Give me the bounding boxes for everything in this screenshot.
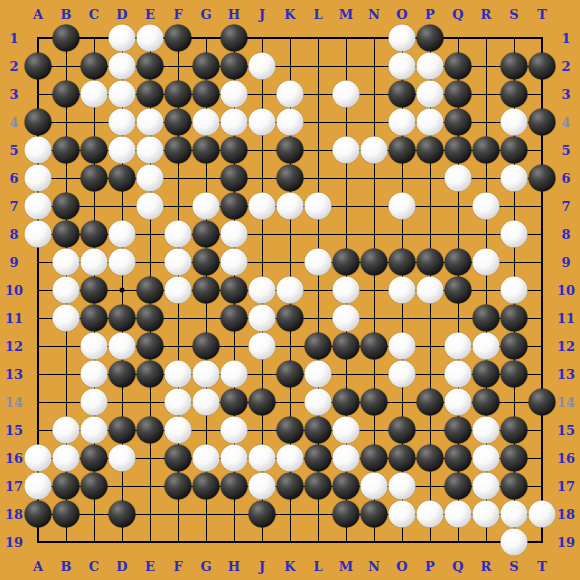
point-R13[interactable] <box>472 360 500 388</box>
point-A9[interactable] <box>24 248 52 276</box>
point-F12[interactable] <box>164 332 192 360</box>
point-J4[interactable] <box>248 108 276 136</box>
point-T2[interactable] <box>528 52 556 80</box>
point-O7[interactable] <box>388 192 416 220</box>
point-E5[interactable] <box>136 136 164 164</box>
point-N19[interactable] <box>360 528 388 556</box>
point-M4[interactable] <box>332 108 360 136</box>
point-D10[interactable] <box>108 276 136 304</box>
point-N3[interactable] <box>360 80 388 108</box>
point-C19[interactable] <box>80 528 108 556</box>
point-N17[interactable] <box>360 472 388 500</box>
point-S5[interactable] <box>500 136 528 164</box>
point-K10[interactable] <box>276 276 304 304</box>
point-K19[interactable] <box>276 528 304 556</box>
point-A13[interactable] <box>24 360 52 388</box>
point-C1[interactable] <box>80 24 108 52</box>
point-G6[interactable] <box>192 164 220 192</box>
point-T9[interactable] <box>528 248 556 276</box>
point-L9[interactable] <box>304 248 332 276</box>
point-C6[interactable] <box>80 164 108 192</box>
point-L8[interactable] <box>304 220 332 248</box>
point-F13[interactable] <box>164 360 192 388</box>
point-D18[interactable] <box>108 500 136 528</box>
point-F16[interactable] <box>164 444 192 472</box>
point-K7[interactable] <box>276 192 304 220</box>
point-T11[interactable] <box>528 304 556 332</box>
point-A2[interactable] <box>24 52 52 80</box>
point-M11[interactable] <box>332 304 360 332</box>
point-N5[interactable] <box>360 136 388 164</box>
point-F6[interactable] <box>164 164 192 192</box>
point-J6[interactable] <box>248 164 276 192</box>
point-R3[interactable] <box>472 80 500 108</box>
point-L12[interactable] <box>304 332 332 360</box>
point-F15[interactable] <box>164 416 192 444</box>
point-N13[interactable] <box>360 360 388 388</box>
point-Q17[interactable] <box>444 472 472 500</box>
point-M3[interactable] <box>332 80 360 108</box>
point-C14[interactable] <box>80 388 108 416</box>
point-H13[interactable] <box>220 360 248 388</box>
point-K6[interactable] <box>276 164 304 192</box>
point-T16[interactable] <box>528 444 556 472</box>
point-B8[interactable] <box>52 220 80 248</box>
point-E16[interactable] <box>136 444 164 472</box>
point-G2[interactable] <box>192 52 220 80</box>
point-N10[interactable] <box>360 276 388 304</box>
point-R12[interactable] <box>472 332 500 360</box>
point-S1[interactable] <box>500 24 528 52</box>
point-N18[interactable] <box>360 500 388 528</box>
point-N4[interactable] <box>360 108 388 136</box>
point-G15[interactable] <box>192 416 220 444</box>
point-M13[interactable] <box>332 360 360 388</box>
point-D8[interactable] <box>108 220 136 248</box>
point-K17[interactable] <box>276 472 304 500</box>
point-Q12[interactable] <box>444 332 472 360</box>
point-L5[interactable] <box>304 136 332 164</box>
point-C10[interactable] <box>80 276 108 304</box>
point-S10[interactable] <box>500 276 528 304</box>
point-F17[interactable] <box>164 472 192 500</box>
point-L15[interactable] <box>304 416 332 444</box>
point-G18[interactable] <box>192 500 220 528</box>
point-H19[interactable] <box>220 528 248 556</box>
point-E3[interactable] <box>136 80 164 108</box>
point-B7[interactable] <box>52 192 80 220</box>
point-C8[interactable] <box>80 220 108 248</box>
point-L1[interactable] <box>304 24 332 52</box>
point-R18[interactable] <box>472 500 500 528</box>
point-M9[interactable] <box>332 248 360 276</box>
point-A11[interactable] <box>24 304 52 332</box>
point-B4[interactable] <box>52 108 80 136</box>
point-P19[interactable] <box>416 528 444 556</box>
point-C9[interactable] <box>80 248 108 276</box>
point-M19[interactable] <box>332 528 360 556</box>
point-D9[interactable] <box>108 248 136 276</box>
point-P3[interactable] <box>416 80 444 108</box>
point-F18[interactable] <box>164 500 192 528</box>
point-P1[interactable] <box>416 24 444 52</box>
point-O10[interactable] <box>388 276 416 304</box>
point-T10[interactable] <box>528 276 556 304</box>
point-J17[interactable] <box>248 472 276 500</box>
point-G8[interactable] <box>192 220 220 248</box>
point-G5[interactable] <box>192 136 220 164</box>
point-Q16[interactable] <box>444 444 472 472</box>
point-T8[interactable] <box>528 220 556 248</box>
point-Q6[interactable] <box>444 164 472 192</box>
point-T17[interactable] <box>528 472 556 500</box>
point-D17[interactable] <box>108 472 136 500</box>
point-F7[interactable] <box>164 192 192 220</box>
point-E18[interactable] <box>136 500 164 528</box>
point-S13[interactable] <box>500 360 528 388</box>
point-H12[interactable] <box>220 332 248 360</box>
point-H2[interactable] <box>220 52 248 80</box>
point-S6[interactable] <box>500 164 528 192</box>
point-E4[interactable] <box>136 108 164 136</box>
point-E2[interactable] <box>136 52 164 80</box>
point-O14[interactable] <box>388 388 416 416</box>
point-Q9[interactable] <box>444 248 472 276</box>
point-L17[interactable] <box>304 472 332 500</box>
point-N12[interactable] <box>360 332 388 360</box>
point-G9[interactable] <box>192 248 220 276</box>
point-A19[interactable] <box>24 528 52 556</box>
point-B15[interactable] <box>52 416 80 444</box>
point-F1[interactable] <box>164 24 192 52</box>
point-Q2[interactable] <box>444 52 472 80</box>
point-F3[interactable] <box>164 80 192 108</box>
point-R10[interactable] <box>472 276 500 304</box>
point-A10[interactable] <box>24 276 52 304</box>
point-S14[interactable] <box>500 388 528 416</box>
point-S16[interactable] <box>500 444 528 472</box>
point-D12[interactable] <box>108 332 136 360</box>
point-K2[interactable] <box>276 52 304 80</box>
point-S18[interactable] <box>500 500 528 528</box>
point-N2[interactable] <box>360 52 388 80</box>
point-L18[interactable] <box>304 500 332 528</box>
point-T19[interactable] <box>528 528 556 556</box>
point-B17[interactable] <box>52 472 80 500</box>
point-B12[interactable] <box>52 332 80 360</box>
point-P18[interactable] <box>416 500 444 528</box>
point-E7[interactable] <box>136 192 164 220</box>
point-A7[interactable] <box>24 192 52 220</box>
point-R5[interactable] <box>472 136 500 164</box>
point-D1[interactable] <box>108 24 136 52</box>
point-D5[interactable] <box>108 136 136 164</box>
point-M17[interactable] <box>332 472 360 500</box>
point-A15[interactable] <box>24 416 52 444</box>
point-Q8[interactable] <box>444 220 472 248</box>
point-O4[interactable] <box>388 108 416 136</box>
point-R19[interactable] <box>472 528 500 556</box>
point-M12[interactable] <box>332 332 360 360</box>
point-P10[interactable] <box>416 276 444 304</box>
point-J3[interactable] <box>248 80 276 108</box>
point-L4[interactable] <box>304 108 332 136</box>
point-T1[interactable] <box>528 24 556 52</box>
point-J10[interactable] <box>248 276 276 304</box>
point-Q1[interactable] <box>444 24 472 52</box>
point-K5[interactable] <box>276 136 304 164</box>
point-T12[interactable] <box>528 332 556 360</box>
point-D11[interactable] <box>108 304 136 332</box>
point-E8[interactable] <box>136 220 164 248</box>
point-H6[interactable] <box>220 164 248 192</box>
point-H10[interactable] <box>220 276 248 304</box>
point-H17[interactable] <box>220 472 248 500</box>
point-P14[interactable] <box>416 388 444 416</box>
point-C5[interactable] <box>80 136 108 164</box>
point-M18[interactable] <box>332 500 360 528</box>
point-J15[interactable] <box>248 416 276 444</box>
point-C11[interactable] <box>80 304 108 332</box>
point-Q13[interactable] <box>444 360 472 388</box>
point-B16[interactable] <box>52 444 80 472</box>
point-N11[interactable] <box>360 304 388 332</box>
point-O12[interactable] <box>388 332 416 360</box>
point-C18[interactable] <box>80 500 108 528</box>
point-K15[interactable] <box>276 416 304 444</box>
point-G11[interactable] <box>192 304 220 332</box>
point-B1[interactable] <box>52 24 80 52</box>
point-S2[interactable] <box>500 52 528 80</box>
point-K1[interactable] <box>276 24 304 52</box>
point-A1[interactable] <box>24 24 52 52</box>
point-E14[interactable] <box>136 388 164 416</box>
point-J14[interactable] <box>248 388 276 416</box>
point-C17[interactable] <box>80 472 108 500</box>
point-A16[interactable] <box>24 444 52 472</box>
point-S11[interactable] <box>500 304 528 332</box>
point-E11[interactable] <box>136 304 164 332</box>
point-D2[interactable] <box>108 52 136 80</box>
point-G17[interactable] <box>192 472 220 500</box>
point-K14[interactable] <box>276 388 304 416</box>
point-R17[interactable] <box>472 472 500 500</box>
point-R1[interactable] <box>472 24 500 52</box>
point-O15[interactable] <box>388 416 416 444</box>
point-D13[interactable] <box>108 360 136 388</box>
point-B2[interactable] <box>52 52 80 80</box>
point-M10[interactable] <box>332 276 360 304</box>
point-A5[interactable] <box>24 136 52 164</box>
point-N14[interactable] <box>360 388 388 416</box>
point-P7[interactable] <box>416 192 444 220</box>
point-N16[interactable] <box>360 444 388 472</box>
point-A8[interactable] <box>24 220 52 248</box>
point-L6[interactable] <box>304 164 332 192</box>
point-O9[interactable] <box>388 248 416 276</box>
point-C4[interactable] <box>80 108 108 136</box>
point-K9[interactable] <box>276 248 304 276</box>
point-M15[interactable] <box>332 416 360 444</box>
point-J7[interactable] <box>248 192 276 220</box>
point-O18[interactable] <box>388 500 416 528</box>
point-M14[interactable] <box>332 388 360 416</box>
point-L16[interactable] <box>304 444 332 472</box>
point-Q19[interactable] <box>444 528 472 556</box>
point-G7[interactable] <box>192 192 220 220</box>
point-H9[interactable] <box>220 248 248 276</box>
point-J16[interactable] <box>248 444 276 472</box>
point-C3[interactable] <box>80 80 108 108</box>
point-B11[interactable] <box>52 304 80 332</box>
point-R9[interactable] <box>472 248 500 276</box>
point-H5[interactable] <box>220 136 248 164</box>
point-A18[interactable] <box>24 500 52 528</box>
point-C15[interactable] <box>80 416 108 444</box>
point-Q18[interactable] <box>444 500 472 528</box>
point-N8[interactable] <box>360 220 388 248</box>
point-B13[interactable] <box>52 360 80 388</box>
point-S19[interactable] <box>500 528 528 556</box>
point-O16[interactable] <box>388 444 416 472</box>
point-E17[interactable] <box>136 472 164 500</box>
point-B19[interactable] <box>52 528 80 556</box>
point-E15[interactable] <box>136 416 164 444</box>
point-Q15[interactable] <box>444 416 472 444</box>
point-A6[interactable] <box>24 164 52 192</box>
point-Q11[interactable] <box>444 304 472 332</box>
point-G1[interactable] <box>192 24 220 52</box>
point-K8[interactable] <box>276 220 304 248</box>
point-M8[interactable] <box>332 220 360 248</box>
point-B14[interactable] <box>52 388 80 416</box>
point-S4[interactable] <box>500 108 528 136</box>
point-G12[interactable] <box>192 332 220 360</box>
point-P11[interactable] <box>416 304 444 332</box>
point-T15[interactable] <box>528 416 556 444</box>
point-J8[interactable] <box>248 220 276 248</box>
point-L14[interactable] <box>304 388 332 416</box>
point-D15[interactable] <box>108 416 136 444</box>
point-M6[interactable] <box>332 164 360 192</box>
point-A14[interactable] <box>24 388 52 416</box>
point-R2[interactable] <box>472 52 500 80</box>
point-S9[interactable] <box>500 248 528 276</box>
point-N6[interactable] <box>360 164 388 192</box>
point-N7[interactable] <box>360 192 388 220</box>
point-H14[interactable] <box>220 388 248 416</box>
point-E9[interactable] <box>136 248 164 276</box>
point-Q14[interactable] <box>444 388 472 416</box>
point-P15[interactable] <box>416 416 444 444</box>
point-F2[interactable] <box>164 52 192 80</box>
point-R8[interactable] <box>472 220 500 248</box>
point-M1[interactable] <box>332 24 360 52</box>
point-T14[interactable] <box>528 388 556 416</box>
point-B18[interactable] <box>52 500 80 528</box>
point-S12[interactable] <box>500 332 528 360</box>
point-P5[interactable] <box>416 136 444 164</box>
point-G10[interactable] <box>192 276 220 304</box>
point-R14[interactable] <box>472 388 500 416</box>
point-H15[interactable] <box>220 416 248 444</box>
point-G19[interactable] <box>192 528 220 556</box>
point-L13[interactable] <box>304 360 332 388</box>
point-T18[interactable] <box>528 500 556 528</box>
point-O6[interactable] <box>388 164 416 192</box>
point-F10[interactable] <box>164 276 192 304</box>
point-B6[interactable] <box>52 164 80 192</box>
point-J19[interactable] <box>248 528 276 556</box>
point-F19[interactable] <box>164 528 192 556</box>
point-P8[interactable] <box>416 220 444 248</box>
point-H4[interactable] <box>220 108 248 136</box>
point-O8[interactable] <box>388 220 416 248</box>
point-P13[interactable] <box>416 360 444 388</box>
point-M5[interactable] <box>332 136 360 164</box>
point-J1[interactable] <box>248 24 276 52</box>
point-C13[interactable] <box>80 360 108 388</box>
point-T7[interactable] <box>528 192 556 220</box>
point-J5[interactable] <box>248 136 276 164</box>
point-R16[interactable] <box>472 444 500 472</box>
point-J12[interactable] <box>248 332 276 360</box>
point-T13[interactable] <box>528 360 556 388</box>
point-Q4[interactable] <box>444 108 472 136</box>
point-B5[interactable] <box>52 136 80 164</box>
point-T6[interactable] <box>528 164 556 192</box>
point-D6[interactable] <box>108 164 136 192</box>
point-K13[interactable] <box>276 360 304 388</box>
point-C12[interactable] <box>80 332 108 360</box>
point-D3[interactable] <box>108 80 136 108</box>
point-F9[interactable] <box>164 248 192 276</box>
point-K11[interactable] <box>276 304 304 332</box>
point-K4[interactable] <box>276 108 304 136</box>
point-S17[interactable] <box>500 472 528 500</box>
point-P17[interactable] <box>416 472 444 500</box>
point-G14[interactable] <box>192 388 220 416</box>
point-J2[interactable] <box>248 52 276 80</box>
point-O1[interactable] <box>388 24 416 52</box>
point-G16[interactable] <box>192 444 220 472</box>
point-J11[interactable] <box>248 304 276 332</box>
point-O17[interactable] <box>388 472 416 500</box>
point-P6[interactable] <box>416 164 444 192</box>
point-H11[interactable] <box>220 304 248 332</box>
point-H1[interactable] <box>220 24 248 52</box>
point-K18[interactable] <box>276 500 304 528</box>
point-B10[interactable] <box>52 276 80 304</box>
point-F11[interactable] <box>164 304 192 332</box>
point-G13[interactable] <box>192 360 220 388</box>
point-O11[interactable] <box>388 304 416 332</box>
point-O3[interactable] <box>388 80 416 108</box>
point-T4[interactable] <box>528 108 556 136</box>
point-L19[interactable] <box>304 528 332 556</box>
point-S7[interactable] <box>500 192 528 220</box>
point-D14[interactable] <box>108 388 136 416</box>
point-M7[interactable] <box>332 192 360 220</box>
point-H16[interactable] <box>220 444 248 472</box>
point-D19[interactable] <box>108 528 136 556</box>
point-C2[interactable] <box>80 52 108 80</box>
point-R4[interactable] <box>472 108 500 136</box>
point-L11[interactable] <box>304 304 332 332</box>
point-D7[interactable] <box>108 192 136 220</box>
point-Q5[interactable] <box>444 136 472 164</box>
point-P2[interactable] <box>416 52 444 80</box>
